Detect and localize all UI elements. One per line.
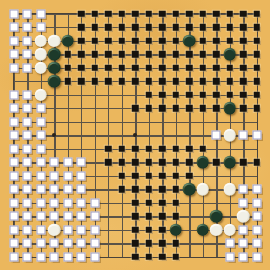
white-territory-marker[interactable] [77, 252, 86, 261]
black-territory-marker[interactable] [78, 10, 85, 17]
white-territory-marker[interactable] [239, 239, 248, 248]
white-territory-marker[interactable] [23, 171, 32, 180]
black-territory-marker[interactable] [240, 51, 247, 58]
black-territory-marker[interactable] [213, 51, 220, 58]
black-stone[interactable]: ● [223, 48, 236, 61]
black-territory-marker[interactable] [253, 10, 260, 17]
black-territory-marker[interactable] [253, 37, 260, 44]
white-territory-marker[interactable] [9, 239, 18, 248]
black-territory-marker[interactable] [253, 91, 260, 98]
white-territory-marker[interactable] [77, 239, 86, 248]
black-territory-marker[interactable] [226, 24, 233, 31]
black-territory-marker[interactable] [199, 145, 206, 152]
white-territory-marker[interactable] [77, 225, 86, 234]
white-stone[interactable]: ● [34, 88, 47, 101]
white-territory-marker[interactable] [36, 198, 45, 207]
black-territory-marker[interactable] [105, 10, 112, 17]
white-territory-marker[interactable] [36, 239, 45, 248]
black-territory-marker[interactable] [199, 24, 206, 31]
white-territory-marker[interactable] [9, 23, 18, 32]
black-territory-marker[interactable] [240, 24, 247, 31]
black-territory-marker[interactable] [159, 24, 166, 31]
white-territory-marker[interactable] [9, 117, 18, 126]
black-territory-marker[interactable] [213, 105, 220, 112]
black-territory-marker[interactable] [159, 105, 166, 112]
white-territory-marker[interactable] [252, 131, 261, 140]
black-territory-marker[interactable] [240, 37, 247, 44]
black-territory-marker[interactable] [159, 159, 166, 166]
white-territory-marker[interactable] [23, 144, 32, 153]
black-territory-marker[interactable] [132, 240, 139, 247]
black-stone[interactable]: ● [48, 61, 61, 74]
black-territory-marker[interactable] [253, 51, 260, 58]
black-territory-marker[interactable] [132, 37, 139, 44]
black-territory-marker[interactable] [132, 253, 139, 260]
white-territory-marker[interactable] [90, 225, 99, 234]
black-territory-marker[interactable] [186, 145, 193, 152]
white-stone[interactable]: ● [210, 223, 223, 236]
white-territory-marker[interactable] [63, 185, 72, 194]
white-territory-marker[interactable] [23, 50, 32, 59]
black-territory-marker[interactable] [118, 159, 125, 166]
black-territory-marker[interactable] [159, 240, 166, 247]
black-territory-marker[interactable] [240, 64, 247, 71]
black-territory-marker[interactable] [213, 78, 220, 85]
black-territory-marker[interactable] [132, 145, 139, 152]
black-territory-marker[interactable] [145, 145, 152, 152]
black-territory-marker[interactable] [145, 91, 152, 98]
black-territory-marker[interactable] [199, 10, 206, 17]
white-territory-marker[interactable] [23, 90, 32, 99]
black-territory-marker[interactable] [132, 10, 139, 17]
white-territory-marker[interactable] [77, 212, 86, 221]
black-territory-marker[interactable] [159, 10, 166, 17]
black-territory-marker[interactable] [132, 24, 139, 31]
white-territory-marker[interactable] [36, 144, 45, 153]
white-territory-marker[interactable] [9, 131, 18, 140]
white-stone[interactable]: ● [48, 223, 61, 236]
black-territory-marker[interactable] [132, 105, 139, 112]
white-stone[interactable]: ● [34, 48, 47, 61]
white-territory-marker[interactable] [63, 171, 72, 180]
black-territory-marker[interactable] [105, 145, 112, 152]
white-territory-marker[interactable] [36, 225, 45, 234]
black-territory-marker[interactable] [105, 51, 112, 58]
white-territory-marker[interactable] [9, 225, 18, 234]
black-territory-marker[interactable] [132, 64, 139, 71]
white-territory-marker[interactable] [36, 185, 45, 194]
white-territory-marker[interactable] [9, 252, 18, 261]
white-territory-marker[interactable] [77, 198, 86, 207]
black-territory-marker[interactable] [172, 78, 179, 85]
black-territory-marker[interactable] [172, 159, 179, 166]
black-territory-marker[interactable] [199, 78, 206, 85]
white-territory-marker[interactable] [23, 239, 32, 248]
black-territory-marker[interactable] [132, 226, 139, 233]
black-territory-marker[interactable] [159, 253, 166, 260]
white-territory-marker[interactable] [36, 23, 45, 32]
black-territory-marker[interactable] [213, 24, 220, 31]
white-territory-marker[interactable] [239, 185, 248, 194]
black-territory-marker[interactable] [186, 24, 193, 31]
black-territory-marker[interactable] [145, 37, 152, 44]
black-territory-marker[interactable] [132, 78, 139, 85]
black-territory-marker[interactable] [118, 51, 125, 58]
white-territory-marker[interactable] [252, 185, 261, 194]
black-territory-marker[interactable] [199, 105, 206, 112]
white-territory-marker[interactable] [225, 239, 234, 248]
white-territory-marker[interactable] [63, 212, 72, 221]
black-territory-marker[interactable] [226, 64, 233, 71]
white-territory-marker[interactable] [252, 225, 261, 234]
black-territory-marker[interactable] [240, 78, 247, 85]
black-territory-marker[interactable] [159, 78, 166, 85]
white-territory-marker[interactable] [50, 252, 59, 261]
white-territory-marker[interactable] [23, 212, 32, 221]
black-territory-marker[interactable] [199, 37, 206, 44]
white-territory-marker[interactable] [90, 198, 99, 207]
white-stone[interactable]: ● [196, 183, 209, 196]
black-territory-marker[interactable] [186, 78, 193, 85]
black-territory-marker[interactable] [132, 172, 139, 179]
black-stone[interactable]: ● [183, 183, 196, 196]
white-territory-marker[interactable] [63, 225, 72, 234]
white-territory-marker[interactable] [63, 252, 72, 261]
white-territory-marker[interactable] [252, 252, 261, 261]
black-territory-marker[interactable] [253, 105, 260, 112]
black-territory-marker[interactable] [91, 51, 98, 58]
white-territory-marker[interactable] [50, 185, 59, 194]
black-territory-marker[interactable] [132, 213, 139, 220]
white-stone[interactable]: ● [223, 223, 236, 236]
white-territory-marker[interactable] [9, 212, 18, 221]
white-territory-marker[interactable] [225, 252, 234, 261]
black-territory-marker[interactable] [78, 64, 85, 71]
black-territory-marker[interactable] [186, 10, 193, 17]
white-territory-marker[interactable] [23, 104, 32, 113]
black-territory-marker[interactable] [145, 24, 152, 31]
black-territory-marker[interactable] [213, 159, 220, 166]
white-territory-marker[interactable] [9, 171, 18, 180]
black-territory-marker[interactable] [132, 159, 139, 166]
black-stone[interactable]: ● [223, 102, 236, 115]
black-territory-marker[interactable] [91, 24, 98, 31]
black-territory-marker[interactable] [78, 24, 85, 31]
black-territory-marker[interactable] [118, 24, 125, 31]
black-territory-marker[interactable] [253, 64, 260, 71]
black-territory-marker[interactable] [145, 10, 152, 17]
black-territory-marker[interactable] [145, 253, 152, 260]
black-territory-marker[interactable] [172, 91, 179, 98]
black-stone[interactable]: ● [183, 34, 196, 47]
black-territory-marker[interactable] [199, 91, 206, 98]
black-territory-marker[interactable] [213, 91, 220, 98]
black-territory-marker[interactable] [213, 10, 220, 17]
black-territory-marker[interactable] [118, 10, 125, 17]
black-territory-marker[interactable] [159, 145, 166, 152]
black-territory-marker[interactable] [91, 78, 98, 85]
black-territory-marker[interactable] [145, 240, 152, 247]
black-territory-marker[interactable] [91, 37, 98, 44]
black-territory-marker[interactable] [172, 51, 179, 58]
white-territory-marker[interactable] [36, 9, 45, 18]
white-territory-marker[interactable] [212, 131, 221, 140]
black-territory-marker[interactable] [186, 64, 193, 71]
black-stone[interactable]: ● [223, 156, 236, 169]
black-territory-marker[interactable] [172, 172, 179, 179]
black-stone[interactable]: ● [196, 156, 209, 169]
white-stone[interactable]: ● [34, 61, 47, 74]
white-territory-marker[interactable] [9, 198, 18, 207]
star-point [52, 133, 56, 137]
white-stone[interactable]: ● [223, 129, 236, 142]
black-territory-marker[interactable] [105, 159, 112, 166]
black-territory-marker[interactable] [132, 199, 139, 206]
white-territory-marker[interactable] [9, 50, 18, 59]
black-territory-marker[interactable] [145, 213, 152, 220]
black-territory-marker[interactable] [64, 51, 71, 58]
white-territory-marker[interactable] [77, 171, 86, 180]
white-territory-marker[interactable] [239, 225, 248, 234]
white-territory-marker[interactable] [9, 90, 18, 99]
white-territory-marker[interactable] [63, 239, 72, 248]
black-territory-marker[interactable] [118, 172, 125, 179]
white-territory-marker[interactable] [252, 239, 261, 248]
black-territory-marker[interactable] [132, 51, 139, 58]
black-territory-marker[interactable] [91, 64, 98, 71]
black-territory-marker[interactable] [78, 37, 85, 44]
black-territory-marker[interactable] [240, 91, 247, 98]
white-territory-marker[interactable] [50, 171, 59, 180]
black-territory-marker[interactable] [118, 64, 125, 71]
black-territory-marker[interactable] [145, 105, 152, 112]
white-territory-marker[interactable] [23, 63, 32, 72]
black-territory-marker[interactable] [159, 91, 166, 98]
white-territory-marker[interactable] [36, 117, 45, 126]
black-territory-marker[interactable] [172, 213, 179, 220]
white-territory-marker[interactable] [77, 185, 86, 194]
black-territory-marker[interactable] [226, 37, 233, 44]
black-territory-marker[interactable] [226, 10, 233, 17]
white-territory-marker[interactable] [90, 239, 99, 248]
white-territory-marker[interactable] [9, 144, 18, 153]
white-territory-marker[interactable] [36, 104, 45, 113]
white-territory-marker[interactable] [23, 185, 32, 194]
white-territory-marker[interactable] [36, 171, 45, 180]
black-territory-marker[interactable] [172, 10, 179, 17]
white-territory-marker[interactable] [9, 63, 18, 72]
white-territory-marker[interactable] [9, 158, 18, 167]
white-territory-marker[interactable] [50, 198, 59, 207]
black-territory-marker[interactable] [186, 159, 193, 166]
white-territory-marker[interactable] [50, 158, 59, 167]
black-territory-marker[interactable] [186, 172, 193, 179]
white-stone[interactable]: ● [48, 34, 61, 47]
black-territory-marker[interactable] [105, 37, 112, 44]
black-territory-marker[interactable] [105, 24, 112, 31]
black-territory-marker[interactable] [240, 105, 247, 112]
go-board[interactable]: ●●●●●●●●●●●●●●●●●●●●●●●●● [0, 0, 270, 270]
black-territory-marker[interactable] [159, 186, 166, 193]
black-territory-marker[interactable] [145, 159, 152, 166]
black-stone[interactable]: ● [169, 223, 182, 236]
black-territory-marker[interactable] [253, 159, 260, 166]
black-territory-marker[interactable] [118, 186, 125, 193]
white-territory-marker[interactable] [50, 239, 59, 248]
black-territory-marker[interactable] [226, 91, 233, 98]
star-point [133, 133, 137, 137]
white-territory-marker[interactable] [9, 185, 18, 194]
black-territory-marker[interactable] [253, 24, 260, 31]
white-territory-marker[interactable] [36, 212, 45, 221]
white-territory-marker[interactable] [23, 36, 32, 45]
black-stone[interactable]: ● [196, 223, 209, 236]
black-territory-marker[interactable] [172, 37, 179, 44]
white-territory-marker[interactable] [63, 198, 72, 207]
black-territory-marker[interactable] [145, 172, 152, 179]
black-territory-marker[interactable] [199, 51, 206, 58]
black-territory-marker[interactable] [159, 37, 166, 44]
white-territory-marker[interactable] [23, 198, 32, 207]
black-territory-marker[interactable] [105, 78, 112, 85]
white-territory-marker[interactable] [239, 198, 248, 207]
white-territory-marker[interactable] [50, 212, 59, 221]
white-territory-marker[interactable] [9, 36, 18, 45]
black-territory-marker[interactable] [159, 213, 166, 220]
black-territory-marker[interactable] [159, 199, 166, 206]
white-territory-marker[interactable] [23, 9, 32, 18]
black-territory-marker[interactable] [213, 37, 220, 44]
black-territory-marker[interactable] [132, 186, 139, 193]
white-stone[interactable]: ● [237, 210, 250, 223]
white-territory-marker[interactable] [23, 158, 32, 167]
black-territory-marker[interactable] [226, 78, 233, 85]
black-territory-marker[interactable] [118, 145, 125, 152]
black-territory-marker[interactable] [172, 240, 179, 247]
black-territory-marker[interactable] [145, 51, 152, 58]
white-territory-marker[interactable] [90, 252, 99, 261]
black-territory-marker[interactable] [145, 199, 152, 206]
black-territory-marker[interactable] [172, 64, 179, 71]
black-territory-marker[interactable] [213, 64, 220, 71]
white-territory-marker[interactable] [239, 252, 248, 261]
black-territory-marker[interactable] [145, 64, 152, 71]
black-territory-marker[interactable] [64, 78, 71, 85]
black-territory-marker[interactable] [253, 78, 260, 85]
black-territory-marker[interactable] [159, 51, 166, 58]
black-territory-marker[interactable] [159, 64, 166, 71]
black-territory-marker[interactable] [64, 64, 71, 71]
black-territory-marker[interactable] [78, 51, 85, 58]
black-territory-marker[interactable] [172, 186, 179, 193]
black-territory-marker[interactable] [78, 78, 85, 85]
black-stone[interactable]: ● [48, 48, 61, 61]
white-stone[interactable]: ● [34, 34, 47, 47]
white-territory-marker[interactable] [252, 198, 261, 207]
black-territory-marker[interactable] [172, 105, 179, 112]
black-territory-marker[interactable] [186, 91, 193, 98]
white-territory-marker[interactable] [90, 212, 99, 221]
black-territory-marker[interactable] [145, 186, 152, 193]
black-stone[interactable]: ● [210, 210, 223, 223]
white-territory-marker[interactable] [77, 158, 86, 167]
black-territory-marker[interactable] [240, 159, 247, 166]
black-territory-marker[interactable] [172, 199, 179, 206]
white-territory-marker[interactable] [23, 117, 32, 126]
white-territory-marker[interactable] [23, 131, 32, 140]
white-territory-marker[interactable] [23, 225, 32, 234]
white-territory-marker[interactable] [252, 212, 261, 221]
black-territory-marker[interactable] [172, 253, 179, 260]
black-territory-marker[interactable] [240, 10, 247, 17]
black-territory-marker[interactable] [159, 226, 166, 233]
black-territory-marker[interactable] [118, 78, 125, 85]
white-territory-marker[interactable] [23, 23, 32, 32]
black-territory-marker[interactable] [118, 37, 125, 44]
black-territory-marker[interactable] [145, 78, 152, 85]
white-territory-marker[interactable] [36, 131, 45, 140]
white-territory-marker[interactable] [63, 158, 72, 167]
white-territory-marker[interactable] [23, 252, 32, 261]
white-territory-marker[interactable] [239, 131, 248, 140]
black-territory-marker[interactable] [186, 105, 193, 112]
black-territory-marker[interactable] [91, 10, 98, 17]
white-territory-marker[interactable] [9, 9, 18, 18]
white-territory-marker[interactable] [9, 104, 18, 113]
white-territory-marker[interactable] [36, 252, 45, 261]
black-stone[interactable]: ● [48, 75, 61, 88]
black-territory-marker[interactable] [145, 226, 152, 233]
white-territory-marker[interactable] [36, 158, 45, 167]
black-territory-marker[interactable] [172, 145, 179, 152]
white-stone[interactable]: ● [223, 183, 236, 196]
black-territory-marker[interactable] [186, 51, 193, 58]
black-stone[interactable]: ● [61, 34, 74, 47]
black-territory-marker[interactable] [105, 64, 112, 71]
black-territory-marker[interactable] [159, 172, 166, 179]
black-territory-marker[interactable] [199, 64, 206, 71]
black-territory-marker[interactable] [172, 24, 179, 31]
